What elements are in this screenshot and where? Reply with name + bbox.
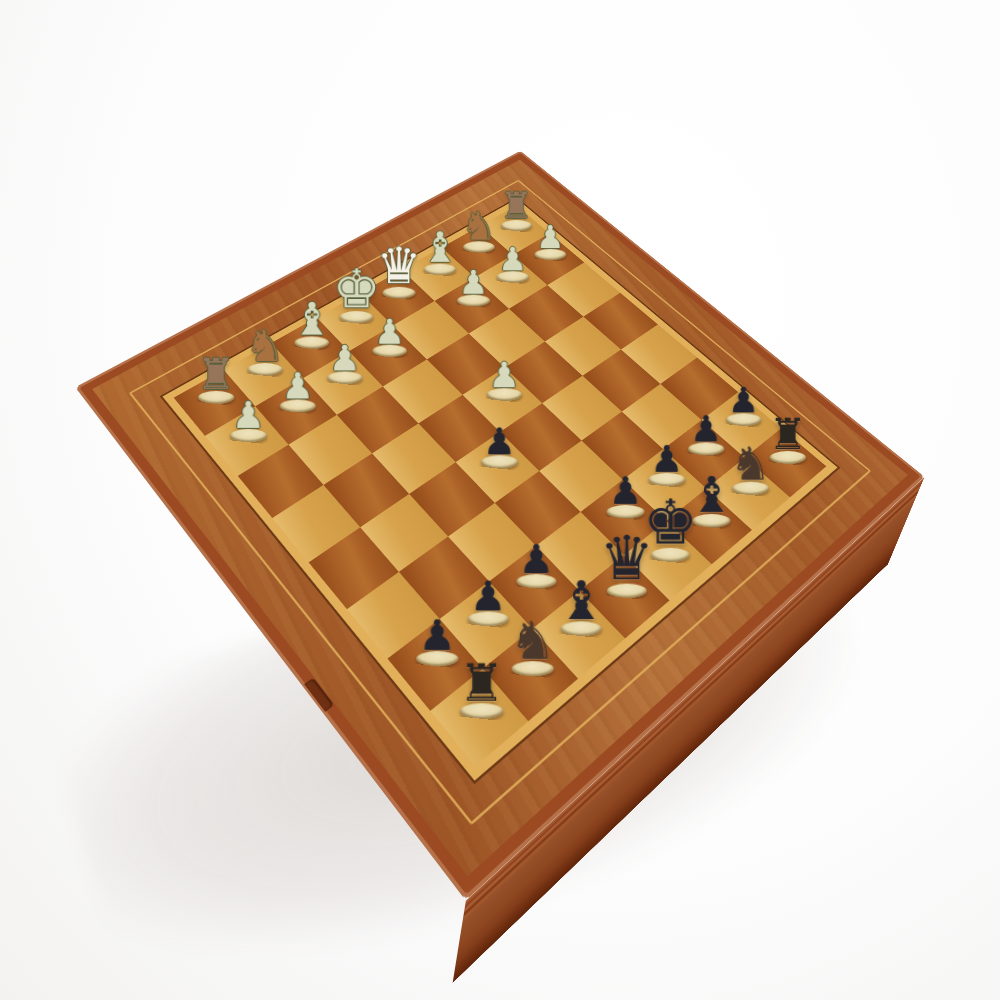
square-a4[interactable]: [272, 485, 360, 563]
figurine-ivory-base: [460, 703, 503, 719]
figurine-ivory-base: [481, 455, 518, 468]
figurine-ivory-base: [230, 429, 267, 442]
square-a3[interactable]: [238, 445, 324, 518]
piece-white-pawn-a2[interactable]: ♟: [213, 340, 285, 443]
piece-glyph: ♜: [458, 657, 504, 709]
figurine-ivory-base: [280, 399, 316, 412]
square-b3[interactable]: [289, 415, 373, 485]
square-c4[interactable]: [372, 423, 456, 493]
square-a5[interactable]: [309, 527, 399, 609]
piece-black-rook-a8[interactable]: ♜: [440, 598, 524, 718]
piece-black-pawn-d5[interactable]: ♟: [464, 366, 536, 469]
square-b4[interactable]: [323, 453, 409, 527]
photo-stage: ♜♞♟♝♟♚♟♛♟♝♞♟♟♜♟♟♟♟♜♟♟♞♝♟♛♟♚♟♝♟♞♜: [0, 0, 1000, 1000]
